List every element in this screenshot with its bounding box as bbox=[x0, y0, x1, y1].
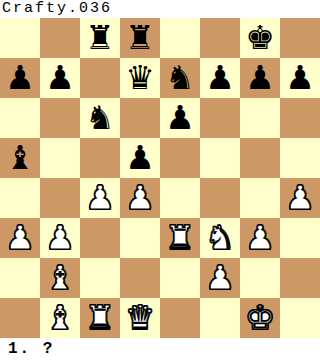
square-b1[interactable]: ♝ bbox=[40, 298, 80, 338]
square-c7[interactable] bbox=[80, 58, 120, 98]
square-a6[interactable] bbox=[0, 98, 40, 138]
square-f8[interactable] bbox=[200, 18, 240, 58]
piece-white-rook[interactable]: ♜ bbox=[85, 298, 115, 338]
square-g6[interactable] bbox=[240, 98, 280, 138]
piece-black-queen[interactable]: ♛ bbox=[125, 58, 155, 98]
piece-white-king[interactable]: ♚ bbox=[245, 298, 275, 338]
piece-black-pawn[interactable]: ♟ bbox=[125, 138, 155, 178]
square-d6[interactable] bbox=[120, 98, 160, 138]
square-e5[interactable] bbox=[160, 138, 200, 178]
piece-black-pawn[interactable]: ♟ bbox=[205, 58, 235, 98]
square-f3[interactable]: ♞ bbox=[200, 218, 240, 258]
square-d7[interactable]: ♛ bbox=[120, 58, 160, 98]
square-g1[interactable]: ♚ bbox=[240, 298, 280, 338]
square-f7[interactable]: ♟ bbox=[200, 58, 240, 98]
square-h3[interactable] bbox=[280, 218, 320, 258]
square-e6[interactable]: ♟ bbox=[160, 98, 200, 138]
square-c3[interactable] bbox=[80, 218, 120, 258]
piece-white-pawn[interactable]: ♟ bbox=[245, 218, 275, 258]
square-d2[interactable] bbox=[120, 258, 160, 298]
square-d3[interactable] bbox=[120, 218, 160, 258]
square-b2[interactable]: ♝ bbox=[40, 258, 80, 298]
piece-white-pawn[interactable]: ♟ bbox=[205, 258, 235, 298]
piece-black-pawn[interactable]: ♟ bbox=[285, 58, 315, 98]
square-e8[interactable] bbox=[160, 18, 200, 58]
square-h7[interactable]: ♟ bbox=[280, 58, 320, 98]
window-title: Crafty.036 bbox=[0, 0, 320, 18]
piece-black-pawn[interactable]: ♟ bbox=[45, 58, 75, 98]
square-a8[interactable] bbox=[0, 18, 40, 58]
square-c8[interactable]: ♜ bbox=[80, 18, 120, 58]
square-f2[interactable]: ♟ bbox=[200, 258, 240, 298]
piece-black-pawn[interactable]: ♟ bbox=[165, 98, 195, 138]
square-b8[interactable] bbox=[40, 18, 80, 58]
square-c2[interactable] bbox=[80, 258, 120, 298]
square-b7[interactable]: ♟ bbox=[40, 58, 80, 98]
square-e7[interactable]: ♞ bbox=[160, 58, 200, 98]
chess-app-window: Crafty.036 ♜♜♚♟♟♛♞♟♟♟♞♟♝♟♟♟♟♟♟♜♞♟♝♟♝♜♛♚ … bbox=[0, 0, 320, 360]
square-d5[interactable]: ♟ bbox=[120, 138, 160, 178]
piece-white-queen[interactable]: ♛ bbox=[125, 298, 155, 338]
piece-black-rook[interactable]: ♜ bbox=[85, 18, 115, 58]
piece-white-bishop[interactable]: ♝ bbox=[45, 258, 75, 298]
square-h1[interactable] bbox=[280, 298, 320, 338]
piece-white-rook[interactable]: ♜ bbox=[165, 218, 195, 258]
piece-white-pawn[interactable]: ♟ bbox=[125, 178, 155, 218]
square-e2[interactable] bbox=[160, 258, 200, 298]
square-e4[interactable] bbox=[160, 178, 200, 218]
square-b5[interactable] bbox=[40, 138, 80, 178]
square-f1[interactable] bbox=[200, 298, 240, 338]
piece-black-knight[interactable]: ♞ bbox=[165, 58, 195, 98]
chess-board: ♜♜♚♟♟♛♞♟♟♟♞♟♝♟♟♟♟♟♟♜♞♟♝♟♝♜♛♚ bbox=[0, 18, 320, 338]
square-d8[interactable]: ♜ bbox=[120, 18, 160, 58]
square-d1[interactable]: ♛ bbox=[120, 298, 160, 338]
square-g3[interactable]: ♟ bbox=[240, 218, 280, 258]
square-a7[interactable]: ♟ bbox=[0, 58, 40, 98]
square-g4[interactable] bbox=[240, 178, 280, 218]
piece-white-pawn[interactable]: ♟ bbox=[85, 178, 115, 218]
piece-black-rook[interactable]: ♜ bbox=[125, 18, 155, 58]
square-d4[interactable]: ♟ bbox=[120, 178, 160, 218]
square-e3[interactable]: ♜ bbox=[160, 218, 200, 258]
piece-white-pawn[interactable]: ♟ bbox=[45, 218, 75, 258]
piece-white-bishop[interactable]: ♝ bbox=[45, 298, 75, 338]
square-c1[interactable]: ♜ bbox=[80, 298, 120, 338]
piece-black-king[interactable]: ♚ bbox=[245, 18, 275, 58]
square-b4[interactable] bbox=[40, 178, 80, 218]
piece-black-pawn[interactable]: ♟ bbox=[5, 58, 35, 98]
square-h4[interactable]: ♟ bbox=[280, 178, 320, 218]
square-h8[interactable] bbox=[280, 18, 320, 58]
square-g7[interactable]: ♟ bbox=[240, 58, 280, 98]
square-c6[interactable]: ♞ bbox=[80, 98, 120, 138]
square-f6[interactable] bbox=[200, 98, 240, 138]
square-g5[interactable] bbox=[240, 138, 280, 178]
square-f4[interactable] bbox=[200, 178, 240, 218]
square-h2[interactable] bbox=[280, 258, 320, 298]
square-f5[interactable] bbox=[200, 138, 240, 178]
square-b6[interactable] bbox=[40, 98, 80, 138]
piece-white-pawn[interactable]: ♟ bbox=[285, 178, 315, 218]
piece-black-bishop[interactable]: ♝ bbox=[5, 138, 35, 178]
piece-black-knight[interactable]: ♞ bbox=[85, 98, 115, 138]
square-c4[interactable]: ♟ bbox=[80, 178, 120, 218]
square-g2[interactable] bbox=[240, 258, 280, 298]
square-g8[interactable]: ♚ bbox=[240, 18, 280, 58]
piece-white-knight[interactable]: ♞ bbox=[205, 218, 235, 258]
square-h6[interactable] bbox=[280, 98, 320, 138]
piece-black-pawn[interactable]: ♟ bbox=[245, 58, 275, 98]
square-a3[interactable]: ♟ bbox=[0, 218, 40, 258]
square-h5[interactable] bbox=[280, 138, 320, 178]
move-prompt: 1. ? bbox=[0, 338, 320, 360]
piece-white-pawn[interactable]: ♟ bbox=[5, 218, 35, 258]
square-a2[interactable] bbox=[0, 258, 40, 298]
square-a1[interactable] bbox=[0, 298, 40, 338]
square-e1[interactable] bbox=[160, 298, 200, 338]
square-b3[interactable]: ♟ bbox=[40, 218, 80, 258]
square-a4[interactable] bbox=[0, 178, 40, 218]
square-c5[interactable] bbox=[80, 138, 120, 178]
square-a5[interactable]: ♝ bbox=[0, 138, 40, 178]
